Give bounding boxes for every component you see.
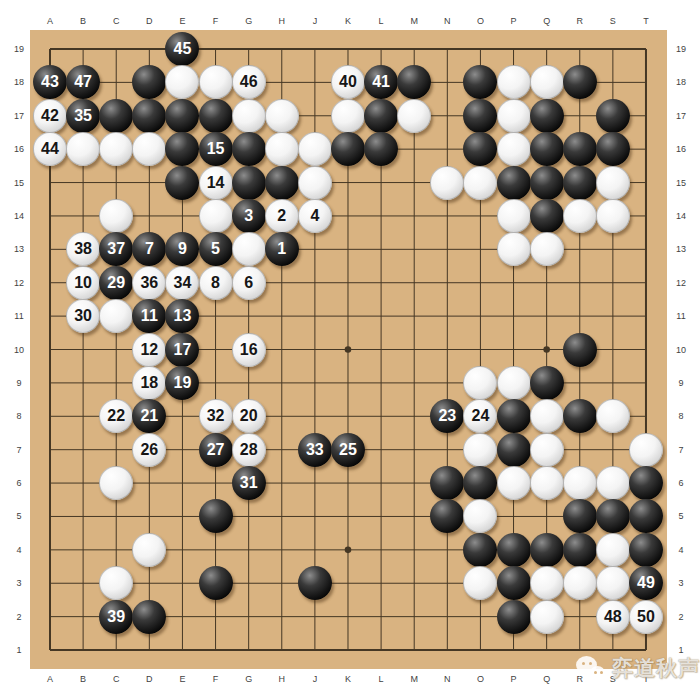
row-label-right-18: 18: [676, 77, 686, 87]
stone-P9: [497, 366, 531, 400]
row-label-left-8: 8: [16, 411, 21, 421]
row-label-left-14: 14: [14, 211, 24, 221]
stone-Q15: [530, 166, 564, 200]
col-label-bottom-N: N: [444, 674, 451, 684]
stone-N15: [430, 166, 464, 200]
col-label-top-S: S: [610, 16, 616, 26]
move-number: 42: [41, 108, 59, 124]
stone-D7: 26: [132, 433, 166, 467]
move-number: 16: [240, 342, 258, 358]
col-label-bottom-M: M: [410, 674, 418, 684]
move-number: 8: [211, 275, 220, 291]
stone-M17: [397, 99, 431, 133]
move-number: 20: [240, 408, 258, 424]
col-label-top-P: P: [511, 16, 517, 26]
stone-P13: [497, 232, 531, 266]
col-label-bottom-E: E: [179, 674, 185, 684]
stone-Q2: [530, 600, 564, 634]
stone-G6: 31: [232, 466, 266, 500]
stone-S3: [596, 566, 630, 600]
move-number: 13: [174, 308, 192, 324]
stone-R8: [563, 399, 597, 433]
stone-F8: 32: [199, 399, 233, 433]
stone-Q13: [530, 232, 564, 266]
stone-S4: [596, 533, 630, 567]
move-number: 44: [41, 141, 59, 157]
move-number: 29: [107, 275, 125, 291]
row-label-right-7: 7: [678, 445, 683, 455]
col-label-top-R: R: [577, 16, 584, 26]
stone-G14: 3: [232, 199, 266, 233]
stone-Q6: [530, 466, 564, 500]
col-label-top-C: C: [113, 16, 120, 26]
move-number: 41: [372, 74, 390, 90]
stone-P17: [497, 99, 531, 133]
stone-P6: [497, 466, 531, 500]
col-label-top-A: A: [47, 16, 53, 26]
col-label-bottom-T: T: [643, 674, 649, 684]
row-label-right-9: 9: [678, 378, 683, 388]
stone-E12: 34: [165, 266, 199, 300]
col-label-top-B: B: [80, 16, 86, 26]
stone-R3: [563, 566, 597, 600]
stone-H15: [265, 166, 299, 200]
col-label-top-O: O: [477, 16, 484, 26]
move-number: 21: [140, 408, 158, 424]
stone-H16: [265, 132, 299, 166]
row-label-right-11: 11: [676, 311, 685, 321]
col-label-bottom-L: L: [379, 674, 384, 684]
stone-O15: [463, 166, 497, 200]
row-label-right-3: 3: [678, 578, 683, 588]
stone-F7: 27: [199, 433, 233, 467]
move-number: 6: [244, 275, 253, 291]
col-label-bottom-P: P: [511, 674, 517, 684]
stone-F18: [199, 65, 233, 99]
stone-C2: 39: [99, 600, 133, 634]
row-label-left-16: 16: [14, 144, 24, 154]
stone-T7: [629, 433, 663, 467]
stone-Q16: [530, 132, 564, 166]
row-label-right-1: 1: [678, 645, 683, 655]
stone-J3: [298, 566, 332, 600]
row-label-left-2: 2: [16, 612, 21, 622]
move-number: 27: [207, 442, 225, 458]
move-number: 46: [240, 74, 258, 90]
row-label-left-7: 7: [16, 445, 21, 455]
stone-K17: [331, 99, 365, 133]
move-number: 40: [339, 74, 357, 90]
row-label-right-16: 16: [676, 144, 686, 154]
stone-G12: 6: [232, 266, 266, 300]
move-number: 36: [140, 275, 158, 291]
move-number: 45: [174, 41, 192, 57]
move-number: 24: [472, 408, 490, 424]
stone-S16: [596, 132, 630, 166]
stone-P7: [497, 433, 531, 467]
stone-R18: [563, 65, 597, 99]
stone-P14: [497, 199, 531, 233]
row-label-left-13: 13: [14, 244, 24, 254]
col-label-bottom-H: H: [279, 674, 286, 684]
move-number: 12: [140, 342, 158, 358]
row-label-right-10: 10: [676, 345, 686, 355]
row-label-left-18: 18: [14, 77, 24, 87]
move-number: 4: [310, 208, 319, 224]
stone-R15: [563, 166, 597, 200]
stone-D12: 36: [132, 266, 166, 300]
star-point-K4: [345, 547, 352, 554]
move-number: 50: [637, 609, 655, 625]
stone-S15: [596, 166, 630, 200]
col-label-bottom-S: S: [610, 674, 616, 684]
move-number: 15: [207, 141, 225, 157]
row-label-left-15: 15: [14, 178, 24, 188]
stone-S6: [596, 466, 630, 500]
stone-D17: [132, 99, 166, 133]
move-number: 37: [107, 241, 125, 257]
stone-G8: 20: [232, 399, 266, 433]
stone-J7: 33: [298, 433, 332, 467]
stone-F3: [199, 566, 233, 600]
move-number: 2: [277, 208, 286, 224]
stone-E15: [165, 166, 199, 200]
stone-G16: [232, 132, 266, 166]
stone-C12: 29: [99, 266, 133, 300]
row-label-right-19: 19: [676, 44, 686, 54]
col-label-top-Q: Q: [543, 16, 550, 26]
stone-P8: [497, 399, 531, 433]
stone-Q7: [530, 433, 564, 467]
stone-A17: 42: [33, 99, 67, 133]
col-label-bottom-J: J: [313, 674, 318, 684]
stone-R14: [563, 199, 597, 233]
stone-C17: [99, 99, 133, 133]
col-label-top-E: E: [179, 16, 185, 26]
stone-H17: [265, 99, 299, 133]
stone-Q3: [530, 566, 564, 600]
stone-P16: [497, 132, 531, 166]
stone-B12: 10: [66, 266, 100, 300]
stone-F5: [199, 499, 233, 533]
stone-P3: [497, 566, 531, 600]
move-number: 11: [141, 308, 158, 324]
stone-A16: 44: [33, 132, 67, 166]
col-label-top-L: L: [379, 16, 384, 26]
move-number: 39: [107, 609, 125, 625]
stone-Q9: [530, 366, 564, 400]
move-number: 14: [207, 175, 225, 191]
col-label-top-G: G: [245, 16, 252, 26]
stone-G17: [232, 99, 266, 133]
move-number: 22: [107, 408, 125, 424]
stone-S14: [596, 199, 630, 233]
stone-Q14: [530, 199, 564, 233]
stone-P18: [497, 65, 531, 99]
stone-D2: [132, 600, 166, 634]
stone-L17: [364, 99, 398, 133]
stone-P4: [497, 533, 531, 567]
col-label-top-T: T: [643, 16, 649, 26]
move-number: 5: [211, 241, 220, 257]
stone-Q18: [530, 65, 564, 99]
stone-J16: [298, 132, 332, 166]
col-label-top-J: J: [313, 16, 318, 26]
row-label-right-13: 13: [676, 244, 686, 254]
stone-R16: [563, 132, 597, 166]
col-label-bottom-F: F: [213, 674, 219, 684]
stone-S2: 48: [596, 600, 630, 634]
move-number: 9: [178, 241, 187, 257]
row-label-left-1: 1: [16, 645, 21, 655]
stone-C14: [99, 199, 133, 233]
row-label-right-14: 14: [676, 211, 686, 221]
col-label-top-K: K: [345, 16, 351, 26]
stone-Q17: [530, 99, 564, 133]
col-label-top-H: H: [279, 16, 286, 26]
row-label-right-15: 15: [676, 178, 686, 188]
move-number: 10: [74, 275, 92, 291]
move-number: 1: [277, 241, 286, 257]
stone-Q4: [530, 533, 564, 567]
star-point-Q10: [543, 346, 550, 353]
row-label-right-2: 2: [678, 612, 683, 622]
stone-G13: [232, 232, 266, 266]
stone-H14: 2: [265, 199, 299, 233]
stone-R5: [563, 499, 597, 533]
row-label-left-9: 9: [16, 378, 21, 388]
row-label-left-10: 10: [14, 345, 24, 355]
row-label-left-5: 5: [16, 511, 21, 521]
stone-D10: 12: [132, 333, 166, 367]
col-label-bottom-R: R: [577, 674, 584, 684]
row-label-right-17: 17: [676, 111, 686, 121]
stone-E10: 17: [165, 333, 199, 367]
move-number: 47: [74, 74, 92, 90]
stone-T3: 49: [629, 566, 663, 600]
move-number: 34: [174, 275, 192, 291]
stone-F17: [199, 99, 233, 133]
row-label-right-8: 8: [678, 411, 683, 421]
stone-G15: [232, 166, 266, 200]
stone-F13: 5: [199, 232, 233, 266]
col-label-bottom-A: A: [47, 674, 53, 684]
col-label-bottom-D: D: [146, 674, 153, 684]
stone-G18: 46: [232, 65, 266, 99]
stone-B17: 35: [66, 99, 100, 133]
stone-S8: [596, 399, 630, 433]
row-label-right-12: 12: [676, 278, 686, 288]
stone-F12: 8: [199, 266, 233, 300]
move-number: 48: [604, 609, 622, 625]
stone-H13: 1: [265, 232, 299, 266]
move-number: 28: [240, 442, 258, 458]
stone-K7: 25: [331, 433, 365, 467]
move-number: 7: [145, 241, 154, 257]
row-label-left-11: 11: [14, 311, 23, 321]
stone-O17: [463, 99, 497, 133]
row-label-right-6: 6: [678, 478, 683, 488]
go-diagram-page: AABBCCDDEEFFGGHHJJKKLLMMNNOOPPQQRRSSTT19…: [0, 0, 700, 700]
move-number: 35: [74, 108, 92, 124]
stone-G7: 28: [232, 433, 266, 467]
move-number: 49: [637, 575, 655, 591]
col-label-top-F: F: [213, 16, 219, 26]
row-label-left-6: 6: [16, 478, 21, 488]
move-number: 26: [140, 442, 158, 458]
row-label-left-12: 12: [14, 278, 24, 288]
stone-T6: [629, 466, 663, 500]
row-label-right-4: 4: [678, 545, 683, 555]
move-number: 19: [174, 375, 192, 391]
stone-E17: [165, 99, 199, 133]
stone-K16: [331, 132, 365, 166]
stone-O7: [463, 433, 497, 467]
move-number: 23: [438, 408, 456, 424]
stone-R10: [563, 333, 597, 367]
stone-R4: [563, 533, 597, 567]
stone-D9: 18: [132, 366, 166, 400]
stone-G10: 16: [232, 333, 266, 367]
stone-L16: [364, 132, 398, 166]
col-label-bottom-K: K: [345, 674, 351, 684]
star-point-K10: [345, 346, 352, 353]
stone-P2: [497, 600, 531, 634]
move-number: 38: [74, 241, 92, 257]
move-number: 25: [339, 442, 357, 458]
move-number: 18: [140, 375, 158, 391]
row-label-left-19: 19: [14, 44, 24, 54]
stone-D4: [132, 533, 166, 567]
stone-J15: [298, 166, 332, 200]
stone-F16: 15: [199, 132, 233, 166]
stone-B11: 30: [66, 299, 100, 333]
col-label-bottom-B: B: [80, 674, 86, 684]
move-number: 3: [244, 208, 253, 224]
move-number: 32: [207, 408, 225, 424]
stone-S17: [596, 99, 630, 133]
col-label-bottom-Q: Q: [543, 674, 550, 684]
move-number: 17: [174, 342, 192, 358]
col-label-top-M: M: [410, 16, 418, 26]
row-label-left-3: 3: [16, 578, 21, 588]
col-label-bottom-G: G: [245, 674, 252, 684]
col-label-top-D: D: [146, 16, 153, 26]
move-number: 31: [240, 475, 258, 491]
row-label-left-17: 17: [14, 111, 24, 121]
col-label-bottom-C: C: [113, 674, 120, 684]
stone-T4: [629, 533, 663, 567]
row-label-left-4: 4: [16, 545, 21, 555]
col-label-top-N: N: [444, 16, 451, 26]
stone-P15: [497, 166, 531, 200]
stone-Q8: [530, 399, 564, 433]
stone-T2: 50: [629, 600, 663, 634]
row-label-right-5: 5: [678, 511, 683, 521]
stone-F14: [199, 199, 233, 233]
col-label-bottom-O: O: [477, 674, 484, 684]
move-number: 43: [41, 74, 59, 90]
stone-F15: 14: [199, 166, 233, 200]
stone-R6: [563, 466, 597, 500]
stone-J14: 4: [298, 199, 332, 233]
move-number: 30: [74, 308, 92, 324]
move-number: 33: [306, 442, 324, 458]
